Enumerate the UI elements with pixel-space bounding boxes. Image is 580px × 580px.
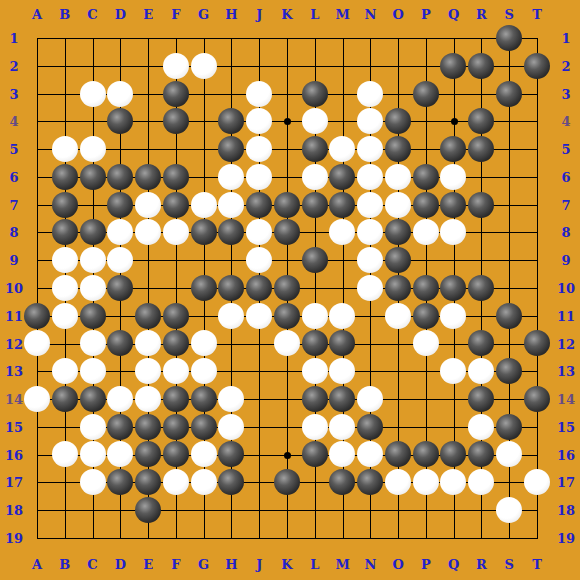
intersection-T12[interactable]	[523, 330, 551, 358]
white-stone-E12[interactable]	[135, 330, 161, 356]
intersection-B16[interactable]	[51, 441, 79, 469]
intersection-P18[interactable]	[412, 496, 440, 524]
white-stone-K12[interactable]	[274, 330, 300, 356]
intersection-D15[interactable]	[106, 413, 134, 441]
intersection-N19[interactable]	[356, 524, 384, 552]
intersection-D11[interactable]	[106, 302, 134, 330]
intersection-A14[interactable]	[23, 385, 51, 413]
intersection-R11[interactable]	[467, 302, 495, 330]
intersection-L17[interactable]	[301, 468, 329, 496]
intersection-H16[interactable]	[217, 441, 245, 469]
white-stone-C13[interactable]	[80, 358, 106, 384]
black-stone-M14[interactable]	[329, 386, 355, 412]
intersection-J19[interactable]	[245, 524, 273, 552]
intersection-G18[interactable]	[190, 496, 218, 524]
white-stone-G17[interactable]	[191, 469, 217, 495]
intersection-Q6[interactable]	[440, 163, 468, 191]
intersection-C7[interactable]	[79, 191, 107, 219]
intersection-B18[interactable]	[51, 496, 79, 524]
intersection-N8[interactable]	[356, 218, 384, 246]
intersection-J17[interactable]	[245, 468, 273, 496]
intersection-A17[interactable]	[23, 468, 51, 496]
intersection-E15[interactable]	[134, 413, 162, 441]
intersection-R5[interactable]	[467, 135, 495, 163]
intersection-R15[interactable]	[467, 413, 495, 441]
intersection-K17[interactable]	[273, 468, 301, 496]
intersection-N7[interactable]	[356, 191, 384, 219]
white-stone-L11[interactable]	[302, 303, 328, 329]
intersection-F14[interactable]	[162, 385, 190, 413]
intersection-H14[interactable]	[217, 385, 245, 413]
black-stone-J10[interactable]	[246, 275, 272, 301]
black-stone-S15[interactable]	[496, 414, 522, 440]
intersection-Q7[interactable]	[440, 191, 468, 219]
intersection-M11[interactable]	[329, 302, 357, 330]
black-stone-P10[interactable]	[413, 275, 439, 301]
intersection-T19[interactable]	[523, 524, 551, 552]
black-stone-Q7[interactable]	[440, 192, 466, 218]
black-stone-G8[interactable]	[191, 219, 217, 245]
black-stone-L3[interactable]	[302, 81, 328, 107]
white-stone-D8[interactable]	[107, 219, 133, 245]
intersection-P17[interactable]	[412, 468, 440, 496]
intersection-T5[interactable]	[523, 135, 551, 163]
white-stone-J6[interactable]	[246, 164, 272, 190]
black-stone-G10[interactable]	[191, 275, 217, 301]
black-stone-H4[interactable]	[218, 108, 244, 134]
intersection-Q12[interactable]	[440, 330, 468, 358]
intersection-E13[interactable]	[134, 357, 162, 385]
intersection-D3[interactable]	[106, 80, 134, 108]
intersection-R14[interactable]	[467, 385, 495, 413]
intersection-C4[interactable]	[79, 107, 107, 135]
white-stone-D14[interactable]	[107, 386, 133, 412]
intersection-J5[interactable]	[245, 135, 273, 163]
black-stone-N17[interactable]	[357, 469, 383, 495]
black-stone-Q5[interactable]	[440, 136, 466, 162]
intersection-N16[interactable]	[356, 441, 384, 469]
intersection-N13[interactable]	[356, 357, 384, 385]
intersection-G5[interactable]	[190, 135, 218, 163]
intersection-O3[interactable]	[384, 80, 412, 108]
intersection-G8[interactable]	[190, 218, 218, 246]
intersection-H17[interactable]	[217, 468, 245, 496]
black-stone-T2[interactable]	[524, 53, 550, 79]
white-stone-G2[interactable]	[191, 53, 217, 79]
intersection-O8[interactable]	[384, 218, 412, 246]
intersection-K6[interactable]	[273, 163, 301, 191]
intersection-R1[interactable]	[467, 24, 495, 52]
intersection-C19[interactable]	[79, 524, 107, 552]
intersection-R19[interactable]	[467, 524, 495, 552]
intersection-R16[interactable]	[467, 441, 495, 469]
intersection-M2[interactable]	[329, 52, 357, 80]
intersection-P14[interactable]	[412, 385, 440, 413]
intersection-S19[interactable]	[495, 524, 523, 552]
intersection-T4[interactable]	[523, 107, 551, 135]
intersection-K2[interactable]	[273, 52, 301, 80]
intersection-H18[interactable]	[217, 496, 245, 524]
black-stone-Q2[interactable]	[440, 53, 466, 79]
intersection-D8[interactable]	[106, 218, 134, 246]
intersection-B12[interactable]	[51, 330, 79, 358]
intersection-A16[interactable]	[23, 441, 51, 469]
intersection-F13[interactable]	[162, 357, 190, 385]
intersection-Q16[interactable]	[440, 441, 468, 469]
intersection-H5[interactable]	[217, 135, 245, 163]
black-stone-O5[interactable]	[385, 136, 411, 162]
intersection-J12[interactable]	[245, 330, 273, 358]
intersection-G14[interactable]	[190, 385, 218, 413]
intersection-G6[interactable]	[190, 163, 218, 191]
intersection-H1[interactable]	[217, 24, 245, 52]
intersection-F9[interactable]	[162, 246, 190, 274]
intersection-T17[interactable]	[523, 468, 551, 496]
white-stone-N7[interactable]	[357, 192, 383, 218]
intersection-B2[interactable]	[51, 52, 79, 80]
intersection-K9[interactable]	[273, 246, 301, 274]
intersection-E4[interactable]	[134, 107, 162, 135]
intersection-J10[interactable]	[245, 274, 273, 302]
intersection-E11[interactable]	[134, 302, 162, 330]
intersection-J6[interactable]	[245, 163, 273, 191]
intersection-F6[interactable]	[162, 163, 190, 191]
intersection-F19[interactable]	[162, 524, 190, 552]
intersection-R10[interactable]	[467, 274, 495, 302]
black-stone-E16[interactable]	[135, 441, 161, 467]
intersection-G15[interactable]	[190, 413, 218, 441]
white-stone-R13[interactable]	[468, 358, 494, 384]
white-stone-Q11[interactable]	[440, 303, 466, 329]
intersection-T7[interactable]	[523, 191, 551, 219]
intersection-G2[interactable]	[190, 52, 218, 80]
black-stone-H17[interactable]	[218, 469, 244, 495]
intersection-O2[interactable]	[384, 52, 412, 80]
black-stone-C11[interactable]	[80, 303, 106, 329]
intersection-H12[interactable]	[217, 330, 245, 358]
black-stone-G15[interactable]	[191, 414, 217, 440]
intersection-A9[interactable]	[23, 246, 51, 274]
intersection-E10[interactable]	[134, 274, 162, 302]
intersection-C12[interactable]	[79, 330, 107, 358]
intersection-L2[interactable]	[301, 52, 329, 80]
white-stone-M13[interactable]	[329, 358, 355, 384]
intersection-L13[interactable]	[301, 357, 329, 385]
intersection-G17[interactable]	[190, 468, 218, 496]
black-stone-E11[interactable]	[135, 303, 161, 329]
intersection-P11[interactable]	[412, 302, 440, 330]
black-stone-M17[interactable]	[329, 469, 355, 495]
white-stone-F13[interactable]	[163, 358, 189, 384]
white-stone-H15[interactable]	[218, 414, 244, 440]
white-stone-L13[interactable]	[302, 358, 328, 384]
intersection-N18[interactable]	[356, 496, 384, 524]
black-stone-Q16[interactable]	[440, 441, 466, 467]
intersection-T9[interactable]	[523, 246, 551, 274]
intersection-G11[interactable]	[190, 302, 218, 330]
intersection-D1[interactable]	[106, 24, 134, 52]
intersection-A5[interactable]	[23, 135, 51, 163]
intersection-T8[interactable]	[523, 218, 551, 246]
intersection-G12[interactable]	[190, 330, 218, 358]
white-stone-S16[interactable]	[496, 441, 522, 467]
intersection-G9[interactable]	[190, 246, 218, 274]
intersection-E7[interactable]	[134, 191, 162, 219]
intersection-M14[interactable]	[329, 385, 357, 413]
intersection-J11[interactable]	[245, 302, 273, 330]
intersection-M15[interactable]	[329, 413, 357, 441]
intersection-J18[interactable]	[245, 496, 273, 524]
intersection-L7[interactable]	[301, 191, 329, 219]
intersection-G1[interactable]	[190, 24, 218, 52]
intersection-R7[interactable]	[467, 191, 495, 219]
white-stone-E7[interactable]	[135, 192, 161, 218]
intersection-O11[interactable]	[384, 302, 412, 330]
intersection-H9[interactable]	[217, 246, 245, 274]
intersection-P3[interactable]	[412, 80, 440, 108]
intersection-S13[interactable]	[495, 357, 523, 385]
white-stone-O6[interactable]	[385, 164, 411, 190]
intersection-E19[interactable]	[134, 524, 162, 552]
intersection-E2[interactable]	[134, 52, 162, 80]
intersection-A8[interactable]	[23, 218, 51, 246]
black-stone-P7[interactable]	[413, 192, 439, 218]
white-stone-C17[interactable]	[80, 469, 106, 495]
intersection-M9[interactable]	[329, 246, 357, 274]
intersection-A6[interactable]	[23, 163, 51, 191]
intersection-E12[interactable]	[134, 330, 162, 358]
white-stone-E8[interactable]	[135, 219, 161, 245]
white-stone-C5[interactable]	[80, 136, 106, 162]
intersection-F11[interactable]	[162, 302, 190, 330]
intersection-M13[interactable]	[329, 357, 357, 385]
intersection-R8[interactable]	[467, 218, 495, 246]
intersection-R12[interactable]	[467, 330, 495, 358]
intersection-D19[interactable]	[106, 524, 134, 552]
intersection-J14[interactable]	[245, 385, 273, 413]
intersection-L14[interactable]	[301, 385, 329, 413]
white-stone-C16[interactable]	[80, 441, 106, 467]
white-stone-T17[interactable]	[524, 469, 550, 495]
intersection-L10[interactable]	[301, 274, 329, 302]
intersection-P1[interactable]	[412, 24, 440, 52]
intersection-H10[interactable]	[217, 274, 245, 302]
intersection-B7[interactable]	[51, 191, 79, 219]
black-stone-M6[interactable]	[329, 164, 355, 190]
intersection-C3[interactable]	[79, 80, 107, 108]
intersection-B19[interactable]	[51, 524, 79, 552]
white-stone-N9[interactable]	[357, 247, 383, 273]
intersection-S17[interactable]	[495, 468, 523, 496]
black-stone-H8[interactable]	[218, 219, 244, 245]
black-stone-K7[interactable]	[274, 192, 300, 218]
intersection-P13[interactable]	[412, 357, 440, 385]
white-stone-F8[interactable]	[163, 219, 189, 245]
black-stone-O10[interactable]	[385, 275, 411, 301]
intersection-N11[interactable]	[356, 302, 384, 330]
white-stone-J8[interactable]	[246, 219, 272, 245]
intersection-F1[interactable]	[162, 24, 190, 52]
intersection-M19[interactable]	[329, 524, 357, 552]
intersection-Q11[interactable]	[440, 302, 468, 330]
white-stone-C12[interactable]	[80, 330, 106, 356]
intersection-P10[interactable]	[412, 274, 440, 302]
intersection-J2[interactable]	[245, 52, 273, 80]
intersection-A2[interactable]	[23, 52, 51, 80]
white-stone-G13[interactable]	[191, 358, 217, 384]
white-stone-M11[interactable]	[329, 303, 355, 329]
intersection-T16[interactable]	[523, 441, 551, 469]
white-stone-A12[interactable]	[24, 330, 50, 356]
black-stone-P16[interactable]	[413, 441, 439, 467]
intersection-N15[interactable]	[356, 413, 384, 441]
intersection-O15[interactable]	[384, 413, 412, 441]
white-stone-B10[interactable]	[52, 275, 78, 301]
black-stone-E6[interactable]	[135, 164, 161, 190]
black-stone-E15[interactable]	[135, 414, 161, 440]
intersection-H7[interactable]	[217, 191, 245, 219]
black-stone-B6[interactable]	[52, 164, 78, 190]
black-stone-M7[interactable]	[329, 192, 355, 218]
white-stone-P8[interactable]	[413, 219, 439, 245]
intersection-J16[interactable]	[245, 441, 273, 469]
intersection-F2[interactable]	[162, 52, 190, 80]
intersection-L6[interactable]	[301, 163, 329, 191]
white-stone-H7[interactable]	[218, 192, 244, 218]
intersection-O5[interactable]	[384, 135, 412, 163]
black-stone-S1[interactable]	[496, 25, 522, 51]
intersection-K19[interactable]	[273, 524, 301, 552]
intersection-K8[interactable]	[273, 218, 301, 246]
intersection-E8[interactable]	[134, 218, 162, 246]
intersection-C10[interactable]	[79, 274, 107, 302]
black-stone-R16[interactable]	[468, 441, 494, 467]
intersection-L18[interactable]	[301, 496, 329, 524]
intersection-G16[interactable]	[190, 441, 218, 469]
white-stone-M5[interactable]	[329, 136, 355, 162]
black-stone-H5[interactable]	[218, 136, 244, 162]
black-stone-R14[interactable]	[468, 386, 494, 412]
black-stone-T14[interactable]	[524, 386, 550, 412]
white-stone-J4[interactable]	[246, 108, 272, 134]
intersection-B3[interactable]	[51, 80, 79, 108]
intersection-S8[interactable]	[495, 218, 523, 246]
black-stone-D7[interactable]	[107, 192, 133, 218]
black-stone-D17[interactable]	[107, 469, 133, 495]
white-stone-B13[interactable]	[52, 358, 78, 384]
black-stone-Q10[interactable]	[440, 275, 466, 301]
intersection-A13[interactable]	[23, 357, 51, 385]
intersection-H2[interactable]	[217, 52, 245, 80]
intersection-A11[interactable]	[23, 302, 51, 330]
intersection-B15[interactable]	[51, 413, 79, 441]
intersection-M12[interactable]	[329, 330, 357, 358]
intersection-Q4[interactable]	[440, 107, 468, 135]
black-stone-F14[interactable]	[163, 386, 189, 412]
intersection-S11[interactable]	[495, 302, 523, 330]
intersection-D5[interactable]	[106, 135, 134, 163]
black-stone-P3[interactable]	[413, 81, 439, 107]
black-stone-D4[interactable]	[107, 108, 133, 134]
intersection-C9[interactable]	[79, 246, 107, 274]
white-stone-G12[interactable]	[191, 330, 217, 356]
intersection-O14[interactable]	[384, 385, 412, 413]
intersection-F12[interactable]	[162, 330, 190, 358]
intersection-S16[interactable]	[495, 441, 523, 469]
white-stone-N14[interactable]	[357, 386, 383, 412]
intersection-N2[interactable]	[356, 52, 384, 80]
intersection-F3[interactable]	[162, 80, 190, 108]
white-stone-J11[interactable]	[246, 303, 272, 329]
black-stone-R2[interactable]	[468, 53, 494, 79]
intersection-P8[interactable]	[412, 218, 440, 246]
white-stone-N16[interactable]	[357, 441, 383, 467]
white-stone-L15[interactable]	[302, 414, 328, 440]
white-stone-M15[interactable]	[329, 414, 355, 440]
intersection-C11[interactable]	[79, 302, 107, 330]
intersection-D12[interactable]	[106, 330, 134, 358]
intersection-K16[interactable]	[273, 441, 301, 469]
intersection-K12[interactable]	[273, 330, 301, 358]
intersection-J7[interactable]	[245, 191, 273, 219]
white-stone-N4[interactable]	[357, 108, 383, 134]
white-stone-L6[interactable]	[302, 164, 328, 190]
intersection-S15[interactable]	[495, 413, 523, 441]
intersection-Q14[interactable]	[440, 385, 468, 413]
intersection-S12[interactable]	[495, 330, 523, 358]
intersection-C8[interactable]	[79, 218, 107, 246]
intersection-A7[interactable]	[23, 191, 51, 219]
black-stone-C8[interactable]	[80, 219, 106, 245]
intersection-T13[interactable]	[523, 357, 551, 385]
intersection-F4[interactable]	[162, 107, 190, 135]
black-stone-S3[interactable]	[496, 81, 522, 107]
intersection-L11[interactable]	[301, 302, 329, 330]
black-stone-F4[interactable]	[163, 108, 189, 134]
intersection-T15[interactable]	[523, 413, 551, 441]
intersection-K13[interactable]	[273, 357, 301, 385]
intersection-K14[interactable]	[273, 385, 301, 413]
intersection-T6[interactable]	[523, 163, 551, 191]
black-stone-K17[interactable]	[274, 469, 300, 495]
white-stone-G7[interactable]	[191, 192, 217, 218]
intersection-D13[interactable]	[106, 357, 134, 385]
white-stone-Q13[interactable]	[440, 358, 466, 384]
white-stone-Q17[interactable]	[440, 469, 466, 495]
black-stone-J7[interactable]	[246, 192, 272, 218]
intersection-F16[interactable]	[162, 441, 190, 469]
black-stone-E17[interactable]	[135, 469, 161, 495]
intersection-O13[interactable]	[384, 357, 412, 385]
black-stone-C14[interactable]	[80, 386, 106, 412]
black-stone-G14[interactable]	[191, 386, 217, 412]
black-stone-P6[interactable]	[413, 164, 439, 190]
intersection-K15[interactable]	[273, 413, 301, 441]
intersection-N17[interactable]	[356, 468, 384, 496]
black-stone-H10[interactable]	[218, 275, 244, 301]
black-stone-B8[interactable]	[52, 219, 78, 245]
intersection-M16[interactable]	[329, 441, 357, 469]
intersection-F15[interactable]	[162, 413, 190, 441]
black-stone-O8[interactable]	[385, 219, 411, 245]
intersection-A18[interactable]	[23, 496, 51, 524]
white-stone-F2[interactable]	[163, 53, 189, 79]
intersection-S10[interactable]	[495, 274, 523, 302]
intersection-L8[interactable]	[301, 218, 329, 246]
intersection-L16[interactable]	[301, 441, 329, 469]
intersection-B1[interactable]	[51, 24, 79, 52]
black-stone-R4[interactable]	[468, 108, 494, 134]
